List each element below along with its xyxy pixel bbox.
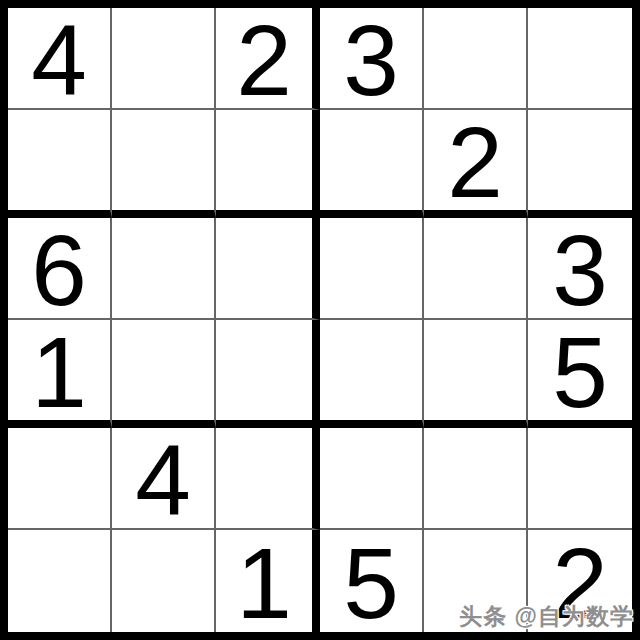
- cell-r6c3[interactable]: 1: [216, 530, 320, 632]
- given-digit: 4: [135, 430, 191, 530]
- cell-r5c3[interactable]: [216, 428, 320, 530]
- given-digit: 2: [447, 112, 503, 212]
- given-digit: 4: [31, 10, 87, 110]
- cell-r6c6[interactable]: 2: [528, 530, 632, 632]
- cell-r5c4[interactable]: [320, 428, 424, 530]
- cell-r2c2[interactable]: [112, 110, 216, 218]
- given-digit: 5: [343, 533, 399, 633]
- given-digit: 2: [236, 10, 292, 110]
- cell-r1c1[interactable]: 4: [8, 8, 112, 110]
- cell-r4c2[interactable]: [112, 320, 216, 428]
- cell-r5c6[interactable]: [528, 428, 632, 530]
- cell-r2c4[interactable]: [320, 110, 424, 218]
- cell-r3c4[interactable]: [320, 218, 424, 320]
- given-digit: 5: [552, 322, 608, 422]
- given-digit: 1: [31, 322, 87, 422]
- cell-r4c5[interactable]: [424, 320, 528, 428]
- cell-r1c3[interactable]: 2: [216, 8, 320, 110]
- cell-r6c2[interactable]: [112, 530, 216, 632]
- cell-r1c5[interactable]: [424, 8, 528, 110]
- cell-r1c2[interactable]: [112, 8, 216, 110]
- sudoku-puzzle: 423263154152 头条 @自为数学: [0, 0, 640, 640]
- cell-r3c2[interactable]: [112, 218, 216, 320]
- cell-r2c6[interactable]: [528, 110, 632, 218]
- cell-r6c5[interactable]: [424, 530, 528, 632]
- given-digit: 3: [552, 220, 608, 320]
- cell-r4c6[interactable]: 5: [528, 320, 632, 428]
- cell-r5c5[interactable]: [424, 428, 528, 530]
- given-digit: 6: [31, 220, 87, 320]
- cell-r3c3[interactable]: [216, 218, 320, 320]
- cell-r5c2[interactable]: 4: [112, 428, 216, 530]
- cell-r3c1[interactable]: 6: [8, 218, 112, 320]
- cell-r5c1[interactable]: [8, 428, 112, 530]
- cell-r1c6[interactable]: [528, 8, 632, 110]
- cell-r3c6[interactable]: 3: [528, 218, 632, 320]
- cell-r3c5[interactable]: [424, 218, 528, 320]
- cell-r2c1[interactable]: [8, 110, 112, 218]
- cell-r6c4[interactable]: 5: [320, 530, 424, 632]
- given-digit: 2: [552, 533, 608, 633]
- cell-r2c3[interactable]: [216, 110, 320, 218]
- cell-r4c1[interactable]: 1: [8, 320, 112, 428]
- cell-r4c4[interactable]: [320, 320, 424, 428]
- given-digit: 1: [236, 533, 292, 633]
- cell-r4c3[interactable]: [216, 320, 320, 428]
- sudoku-board: 423263154152: [0, 0, 640, 640]
- cell-r6c1[interactable]: [8, 530, 112, 632]
- cell-r2c5[interactable]: 2: [424, 110, 528, 218]
- cell-r1c4[interactable]: 3: [320, 8, 424, 110]
- given-digit: 3: [343, 10, 399, 110]
